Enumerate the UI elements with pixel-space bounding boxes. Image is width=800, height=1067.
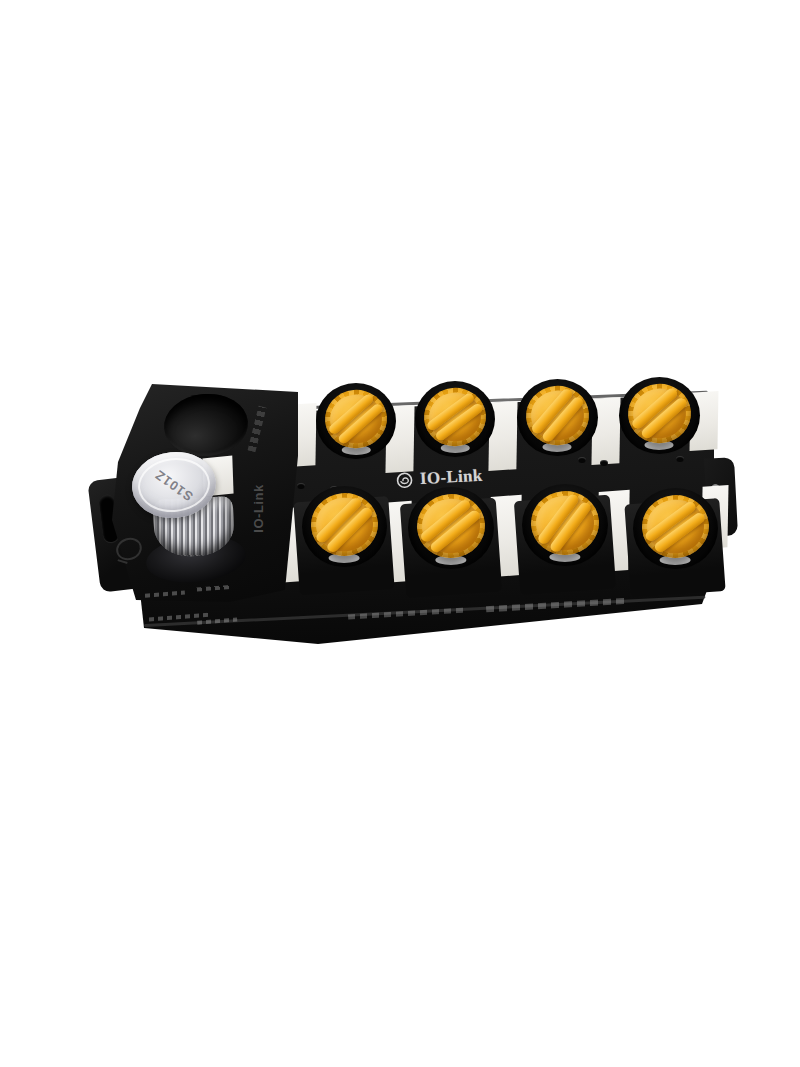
side-vertical-text: IO-Link xyxy=(228,462,288,554)
m12-port-2 xyxy=(424,386,486,448)
product-photo: IO-Link S101Z xyxy=(0,0,800,1067)
m12-port-3 xyxy=(526,384,589,447)
fine-print-block xyxy=(145,584,240,629)
io-link-icon xyxy=(396,471,414,489)
indicator-hole xyxy=(297,483,305,489)
m12-port-7 xyxy=(531,489,599,557)
m12-port-1 xyxy=(325,388,387,450)
indicator-hole xyxy=(600,460,608,466)
m12-port-8 xyxy=(642,493,709,560)
indicator-hole xyxy=(578,457,586,463)
m12-port-4 xyxy=(628,382,691,445)
m12-port-6 xyxy=(417,492,485,560)
m12-port-5 xyxy=(311,491,378,558)
io-link-side-label: IO-Link xyxy=(251,484,266,532)
io-link-logo-text: IO-Link xyxy=(420,466,484,489)
indicator-hole xyxy=(676,456,684,462)
